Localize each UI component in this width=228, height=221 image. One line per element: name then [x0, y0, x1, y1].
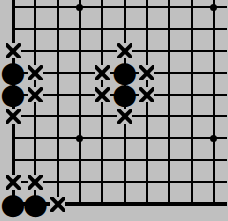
- liberty-marker-x: [50, 197, 65, 212]
- grid-line-horizontal: [12, 28, 228, 30]
- liberty-marker-x: [28, 65, 43, 80]
- liberty-marker-x: [95, 87, 110, 102]
- liberty-marker-x: [28, 87, 43, 102]
- grid-line-horizontal: [12, 137, 228, 139]
- star-point: [210, 4, 217, 11]
- black-stone-glyph: ●: [23, 190, 48, 219]
- black-stone: ●: [22, 191, 48, 217]
- liberty-marker-x: [6, 109, 21, 124]
- grid-line-vertical: [191, 0, 193, 206]
- grid-line-vertical: [168, 0, 170, 206]
- grid-line-vertical: [101, 0, 103, 206]
- black-stone-glyph: ●: [0, 80, 25, 109]
- go-board: ●●●●●●: [0, 0, 227, 221]
- star-point: [76, 135, 83, 142]
- liberty-marker-x: [139, 87, 154, 102]
- grid-line-horizontal: [12, 159, 228, 161]
- black-stone: ●: [112, 82, 138, 108]
- grid-line-horizontal: [12, 181, 228, 183]
- star-point: [210, 135, 217, 142]
- grid-line-horizontal: [12, 6, 228, 8]
- black-stone-glyph: ●: [112, 80, 137, 109]
- liberty-marker-x: [139, 65, 154, 80]
- star-point: [76, 4, 83, 11]
- grid-line-vertical: [146, 0, 148, 206]
- liberty-marker-x: [95, 65, 110, 80]
- liberty-marker-x: [117, 109, 132, 124]
- black-stone: ●: [0, 82, 26, 108]
- grid-line-vertical: [213, 0, 215, 206]
- grid-line-vertical: [57, 0, 59, 206]
- grid-line-vertical: [79, 0, 81, 206]
